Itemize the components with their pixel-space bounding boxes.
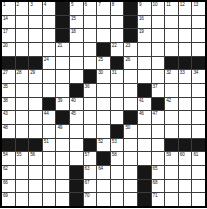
cell-r6c9[interactable]: 31 (111, 70, 124, 83)
cell-r14c8[interactable] (97, 180, 110, 193)
cell-r5c10[interactable]: 26 (124, 57, 137, 70)
cell-r6c12[interactable] (152, 70, 165, 83)
clue-number: 11 (166, 2, 170, 7)
block-cell-r6c7 (84, 70, 97, 83)
cell-r9c11[interactable]: 46 (138, 111, 151, 124)
cell-r2c6[interactable]: 15 (70, 16, 83, 29)
cell-r13c7[interactable]: 63 (84, 166, 97, 179)
cell-r15c9[interactable] (111, 193, 124, 206)
cell-r8c6[interactable]: 40 (70, 98, 83, 111)
clue-number: 1 (3, 2, 5, 7)
block-cell-r9c10 (124, 111, 137, 124)
cell-r7c12[interactable]: 37 (152, 84, 165, 97)
clue-number: 8 (112, 2, 114, 7)
cell-r6c11[interactable] (138, 70, 151, 83)
cell-r10c14[interactable] (179, 125, 192, 138)
cell-r6c10[interactable] (124, 70, 137, 83)
cell-r8c3[interactable] (29, 98, 42, 111)
block-cell-r2c10 (124, 16, 137, 29)
cell-r12c3[interactable]: 56 (29, 152, 42, 165)
cell-r15c3[interactable] (29, 193, 42, 206)
cell-r4c3[interactable] (29, 43, 42, 56)
cell-r4c1[interactable]: 20 (2, 43, 15, 56)
block-cell-r15c6 (70, 193, 83, 206)
cell-r1c14[interactable]: 12 (179, 2, 192, 15)
cell-r10c2[interactable] (16, 125, 29, 138)
block-cell-r13c11 (138, 166, 151, 179)
clue-number: 45 (71, 111, 76, 116)
cell-r11c12[interactable] (152, 139, 165, 152)
clue-number: 44 (44, 111, 49, 116)
cell-r2c14[interactable] (179, 16, 192, 29)
cell-r13c3[interactable] (29, 166, 42, 179)
cell-r4c5[interactable]: 21 (56, 43, 69, 56)
cell-r8c1[interactable]: 38 (2, 98, 15, 111)
block-cell-r13c6 (70, 166, 83, 179)
cell-r3c2[interactable] (16, 29, 29, 42)
cell-r4c7[interactable] (84, 43, 97, 56)
clue-number: 57 (85, 152, 90, 157)
cell-r9c15[interactable] (192, 111, 205, 124)
cell-r3c14[interactable] (179, 29, 192, 42)
cell-r7c8[interactable] (97, 84, 110, 97)
clue-number: 23 (125, 43, 130, 48)
clue-number: 25 (98, 57, 103, 62)
cell-r10c10[interactable]: 50 (124, 125, 137, 138)
cell-r12c12[interactable] (152, 152, 165, 165)
cell-r2c13[interactable] (165, 16, 178, 29)
cell-r3c6[interactable]: 18 (70, 29, 83, 42)
cell-r7c2[interactable] (16, 84, 29, 97)
cell-r2c7[interactable] (84, 16, 97, 29)
block-cell-r8c12 (152, 98, 165, 111)
clue-number: 67 (85, 180, 90, 185)
clue-number: 30 (98, 70, 103, 75)
clue-number: 47 (153, 111, 158, 116)
clue-number: 62 (3, 166, 8, 171)
cell-r4c9[interactable]: 22 (111, 43, 124, 56)
cell-r10c5[interactable]: 49 (56, 125, 69, 138)
clue-number: 6 (85, 2, 87, 7)
cell-r10c1[interactable]: 48 (2, 125, 15, 138)
cell-r8c2[interactable] (16, 98, 29, 111)
block-cell-r3c5 (56, 29, 69, 42)
cell-r13c2[interactable] (16, 166, 29, 179)
cell-r8c11[interactable]: 41 (138, 98, 151, 111)
cell-r10c4[interactable] (43, 125, 56, 138)
clue-number: 63 (85, 166, 90, 171)
cell-r10c15[interactable] (192, 125, 205, 138)
cell-r4c15[interactable] (192, 43, 205, 56)
clue-number: 61 (193, 152, 198, 157)
cell-r7c15[interactable] (192, 84, 205, 97)
cell-r5c7[interactable] (84, 57, 97, 70)
cell-r2c8[interactable] (97, 16, 110, 29)
clue-number: 21 (57, 43, 62, 48)
block-cell-r11c1 (2, 139, 15, 152)
cell-r11c11[interactable] (138, 139, 151, 152)
clue-number: 58 (112, 152, 117, 157)
clue-number: 3 (30, 2, 32, 7)
cell-r12c9[interactable]: 58 (111, 152, 124, 165)
clue-number: 70 (85, 193, 90, 198)
cell-r1c3[interactable]: 3 (29, 2, 42, 15)
cell-r15c5[interactable] (56, 193, 69, 206)
cell-r10c3[interactable] (29, 125, 42, 138)
cell-r12c6[interactable] (70, 152, 83, 165)
cell-r5c11[interactable] (138, 57, 151, 70)
cell-r11c10[interactable] (124, 139, 137, 152)
cell-r1c9[interactable]: 8 (111, 2, 124, 15)
cell-r7c9[interactable] (111, 84, 124, 97)
cell-r4c6[interactable] (70, 43, 83, 56)
clue-number: 60 (180, 152, 185, 157)
cell-r9c14[interactable] (179, 111, 192, 124)
clue-number: 20 (3, 43, 8, 48)
cell-r9c13[interactable] (165, 111, 178, 124)
cell-r15c15[interactable] (192, 193, 205, 206)
cell-r15c8[interactable] (97, 193, 110, 206)
block-cell-r3c10 (124, 29, 137, 42)
cell-r4c10[interactable]: 23 (124, 43, 137, 56)
cell-r1c4[interactable]: 4 (43, 2, 56, 15)
cell-r4c14[interactable] (179, 43, 192, 56)
cell-r7c4[interactable] (43, 84, 56, 97)
cell-r1c12[interactable]: 10 (152, 2, 165, 15)
cell-r5c6[interactable] (70, 57, 83, 70)
clue-number: 31 (112, 70, 117, 75)
clue-number: 35 (3, 84, 8, 89)
cell-r9c3[interactable] (29, 111, 42, 124)
cell-r7c3[interactable] (29, 84, 42, 97)
block-cell-r12c8 (97, 152, 110, 165)
clue-number: 13 (193, 2, 198, 7)
clue-number: 56 (30, 152, 35, 157)
cell-r3c11[interactable]: 19 (138, 29, 151, 42)
clue-number: 55 (17, 152, 22, 157)
cell-r7c14[interactable] (179, 84, 192, 97)
cell-r13c1[interactable]: 62 (2, 166, 15, 179)
cell-r15c2[interactable] (16, 193, 29, 206)
cell-r3c7[interactable] (84, 29, 97, 42)
clue-number: 41 (139, 98, 144, 103)
clue-number: 17 (3, 29, 8, 34)
block-cell-r11c7 (84, 139, 97, 152)
cell-r13c12[interactable]: 65 (152, 166, 165, 179)
cell-r10c8[interactable] (97, 125, 110, 138)
cell-r12c14[interactable]: 60 (179, 152, 192, 165)
cell-r14c9[interactable] (111, 180, 124, 193)
block-cell-r11c3 (29, 139, 42, 152)
clue-number: 4 (44, 2, 46, 7)
cell-r4c4[interactable] (43, 43, 56, 56)
block-cell-r8c4 (43, 98, 56, 111)
block-cell-r9c5 (56, 111, 69, 124)
clue-number: 50 (125, 125, 130, 130)
cell-r14c3[interactable] (29, 180, 42, 193)
clue-number: 65 (153, 166, 158, 171)
cell-r8c14[interactable] (179, 98, 192, 111)
clue-number: 15 (71, 16, 76, 21)
clue-number: 51 (44, 139, 49, 144)
cell-r13c5[interactable] (56, 166, 69, 179)
cell-r1c7[interactable]: 6 (84, 2, 97, 15)
block-cell-r5c3 (29, 57, 42, 70)
cell-r7c5[interactable] (56, 84, 69, 97)
cell-r2c9[interactable] (111, 16, 124, 29)
cell-r12c4[interactable] (43, 152, 56, 165)
cell-r3c12[interactable] (152, 29, 165, 42)
clue-number: 5 (71, 2, 73, 7)
clue-number: 16 (139, 16, 144, 21)
block-cell-r5c14 (179, 57, 192, 70)
cell-r2c12[interactable] (152, 16, 165, 29)
cell-r5c5[interactable] (56, 57, 69, 70)
cell-r13c14[interactable] (179, 166, 192, 179)
cell-r15c14[interactable] (179, 193, 192, 206)
cell-r9c8[interactable] (97, 111, 110, 124)
cell-r8c13[interactable]: 42 (165, 98, 178, 111)
cell-r14c4[interactable] (43, 180, 56, 193)
cell-r6c14[interactable]: 33 (179, 70, 192, 83)
cell-r1c1[interactable]: 1 (2, 2, 15, 15)
cell-r5c4[interactable]: 24 (43, 57, 56, 70)
cell-r3c4[interactable] (43, 29, 56, 42)
cell-r7c10[interactable] (124, 84, 137, 97)
block-cell-r15c11 (138, 193, 151, 206)
cell-r9c2[interactable] (16, 111, 29, 124)
cell-r15c12[interactable]: 71 (152, 193, 165, 206)
cell-r1c13[interactable]: 11 (165, 2, 178, 15)
cell-r13c13[interactable] (165, 166, 178, 179)
cell-r3c8[interactable] (97, 29, 110, 42)
clue-number: 19 (139, 29, 144, 34)
clue-number: 39 (57, 98, 62, 103)
cell-r8c15[interactable] (192, 98, 205, 111)
cell-r14c2[interactable] (16, 180, 29, 193)
clue-number: 42 (166, 98, 171, 103)
cell-r10c13[interactable] (165, 125, 178, 138)
cell-r6c13[interactable]: 32 (165, 70, 178, 83)
clue-number: 46 (139, 111, 144, 116)
cell-r6c3[interactable]: 29 (29, 70, 42, 83)
cell-r3c1[interactable]: 17 (2, 29, 15, 42)
clue-number: 36 (85, 84, 90, 89)
clue-number: 14 (3, 16, 8, 21)
block-cell-r5c13 (165, 57, 178, 70)
cell-r2c2[interactable] (16, 16, 29, 29)
cell-r15c10[interactable] (124, 193, 137, 206)
cell-r12c10[interactable] (124, 152, 137, 165)
cell-r1c8[interactable]: 7 (97, 2, 110, 15)
block-cell-r14c6 (70, 180, 83, 193)
clue-number: 10 (153, 2, 158, 7)
block-cell-r1c10 (124, 2, 137, 15)
clue-number: 26 (125, 57, 130, 62)
cell-r3c13[interactable] (165, 29, 178, 42)
clue-number: 27 (3, 70, 8, 75)
cell-r14c15[interactable] (192, 180, 205, 193)
cell-r14c1[interactable]: 66 (2, 180, 15, 193)
clue-number: 71 (153, 193, 158, 198)
block-cell-r10c9 (111, 125, 124, 138)
clue-number: 12 (180, 2, 185, 7)
cell-r14c12[interactable]: 68 (152, 180, 165, 193)
cell-r13c4[interactable] (43, 166, 56, 179)
clue-number: 9 (139, 2, 141, 7)
cell-r6c8[interactable]: 30 (97, 70, 110, 83)
clue-number: 38 (3, 98, 8, 103)
cell-r3c15[interactable] (192, 29, 205, 42)
crossword-page: 1234567891011121314151617181920212223242… (0, 0, 207, 209)
cell-r12c15[interactable]: 61 (192, 152, 205, 165)
clue-number: 22 (112, 43, 117, 48)
clue-number: 49 (57, 125, 62, 130)
block-cell-r7c6 (70, 84, 83, 97)
cell-r4c12[interactable] (152, 43, 165, 56)
crossword-grid: 1234567891011121314151617181920212223242… (0, 0, 207, 208)
cell-r15c1[interactable]: 69 (2, 193, 15, 206)
cell-r2c4[interactable] (43, 16, 56, 29)
cell-r10c11[interactable] (138, 125, 151, 138)
cell-r10c12[interactable] (152, 125, 165, 138)
clue-number: 33 (180, 70, 185, 75)
block-cell-r11c13 (165, 139, 178, 152)
clue-number: 7 (98, 2, 100, 7)
cell-r8c7[interactable] (84, 98, 97, 111)
block-cell-r11c14 (179, 139, 192, 152)
cell-r7c7[interactable]: 36 (84, 84, 97, 97)
cell-r15c4[interactable] (43, 193, 56, 206)
cell-r4c13[interactable] (165, 43, 178, 56)
cell-r14c7[interactable]: 67 (84, 180, 97, 193)
clue-number: 66 (3, 180, 8, 185)
cell-r2c3[interactable] (29, 16, 42, 29)
clue-number: 43 (3, 111, 8, 116)
clue-number: 48 (3, 125, 8, 130)
cell-r7c13[interactable] (165, 84, 178, 97)
clue-number: 34 (193, 70, 198, 75)
cell-r1c6[interactable]: 5 (70, 2, 83, 15)
cell-r12c7[interactable]: 57 (84, 152, 97, 165)
clue-number: 40 (71, 98, 76, 103)
cell-r4c2[interactable] (16, 43, 29, 56)
cell-r11c8[interactable]: 52 (97, 139, 110, 152)
cell-r8c10[interactable] (124, 98, 137, 111)
cell-r2c11[interactable]: 16 (138, 16, 151, 29)
cell-r2c1[interactable]: 14 (2, 16, 15, 29)
clue-number: 2 (17, 2, 19, 7)
cell-r15c13[interactable] (165, 193, 178, 206)
cell-r12c13[interactable]: 59 (165, 152, 178, 165)
clue-number: 68 (153, 180, 158, 185)
block-cell-r7c11 (138, 84, 151, 97)
cell-r14c5[interactable] (56, 180, 69, 193)
block-cell-r1c5 (56, 2, 69, 15)
cell-r6c1[interactable]: 27 (2, 70, 15, 83)
cell-r8c9[interactable] (111, 98, 124, 111)
clue-number: 37 (153, 84, 158, 89)
cell-r9c6[interactable]: 45 (70, 111, 83, 124)
cell-r4c11[interactable] (138, 43, 151, 56)
cell-r1c11[interactable]: 9 (138, 2, 151, 15)
clue-number: 18 (71, 29, 76, 34)
block-cell-r2c5 (56, 16, 69, 29)
cell-r12c5[interactable] (56, 152, 69, 165)
cell-r2c15[interactable] (192, 16, 205, 29)
clue-number: 54 (3, 152, 8, 157)
cell-r9c12[interactable]: 47 (152, 111, 165, 124)
cell-r11c6[interactable] (70, 139, 83, 152)
cell-r11c4[interactable]: 51 (43, 139, 56, 152)
cell-r10c7[interactable] (84, 125, 97, 138)
cell-r15c7[interactable]: 70 (84, 193, 97, 206)
cell-r11c5[interactable] (56, 139, 69, 152)
block-cell-r5c2 (16, 57, 29, 70)
cell-r7c1[interactable]: 35 (2, 84, 15, 97)
cell-r3c3[interactable] (29, 29, 42, 42)
cell-r9c7[interactable] (84, 111, 97, 124)
clue-number: 29 (30, 70, 35, 75)
cell-r6c5[interactable] (56, 70, 69, 83)
cell-r14c14[interactable] (179, 180, 192, 193)
cell-r6c4[interactable] (43, 70, 56, 83)
block-cell-r11c15 (192, 139, 205, 152)
clue-number: 28 (17, 70, 22, 75)
clue-number: 64 (98, 166, 103, 171)
cell-r5c12[interactable] (152, 57, 165, 70)
cell-r6c2[interactable]: 28 (16, 70, 29, 83)
cell-r6c15[interactable]: 34 (192, 70, 205, 83)
cell-r12c1[interactable]: 54 (2, 152, 15, 165)
cell-r5c8[interactable]: 25 (97, 57, 110, 70)
cell-r6c6[interactable] (70, 70, 83, 83)
block-cell-r11c2 (16, 139, 29, 152)
cell-r13c8[interactable]: 64 (97, 166, 110, 179)
clue-number: 24 (44, 57, 49, 62)
block-cell-r5c1 (2, 57, 15, 70)
clue-number: 32 (166, 70, 171, 75)
cell-r3c9[interactable] (111, 29, 124, 42)
cell-r13c10[interactable] (124, 166, 137, 179)
cell-r12c11[interactable] (138, 152, 151, 165)
cell-r10c6[interactable] (70, 125, 83, 138)
clue-number: 59 (166, 152, 171, 157)
block-cell-r5c15 (192, 57, 205, 70)
cell-r9c1[interactable]: 43 (2, 111, 15, 124)
cell-r1c15[interactable]: 13 (192, 2, 205, 15)
cell-r13c15[interactable] (192, 166, 205, 179)
cell-r8c5[interactable]: 39 (56, 98, 69, 111)
cell-r14c13[interactable] (165, 180, 178, 193)
cell-r9c9[interactable] (111, 111, 124, 124)
cell-r12c2[interactable]: 55 (16, 152, 29, 165)
block-cell-r4c8 (97, 43, 110, 56)
cell-r8c8[interactable] (97, 98, 110, 111)
cell-r11c9[interactable]: 53 (111, 139, 124, 152)
cell-r13c9[interactable] (111, 166, 124, 179)
cell-r9c4[interactable]: 44 (43, 111, 56, 124)
block-cell-r14c11 (138, 180, 151, 193)
block-cell-r5c9 (111, 57, 124, 70)
clue-number: 52 (98, 139, 103, 144)
cell-r1c2[interactable]: 2 (16, 2, 29, 15)
clue-number: 69 (3, 193, 8, 198)
cell-r14c10[interactable] (124, 180, 137, 193)
clue-number: 53 (112, 139, 117, 144)
